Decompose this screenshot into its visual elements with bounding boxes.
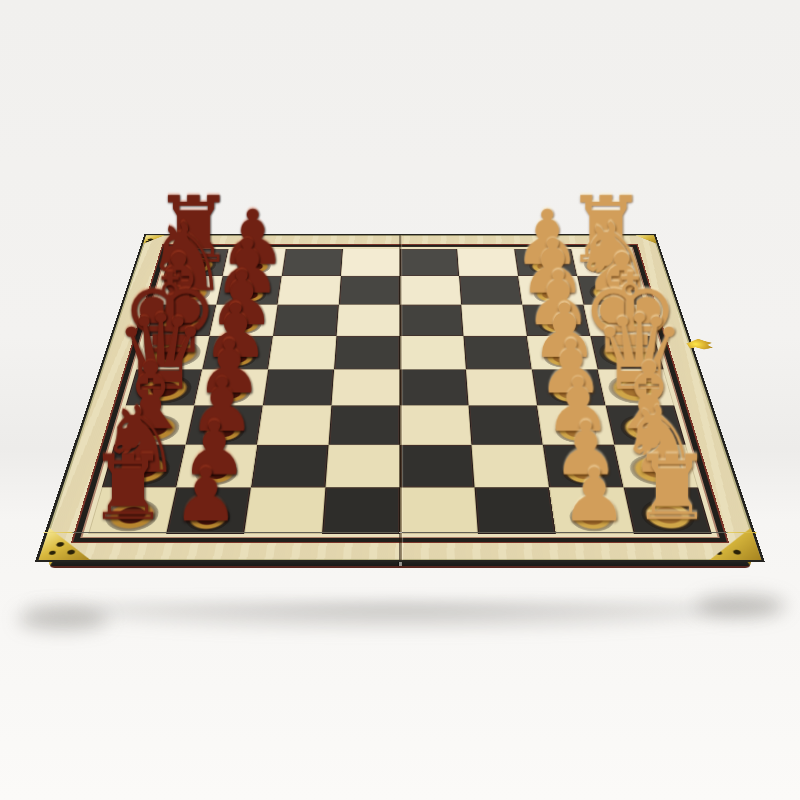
square[interactable] xyxy=(400,369,469,405)
square[interactable] xyxy=(475,487,556,534)
white-pawn[interactable]: ♟ xyxy=(561,460,627,530)
square[interactable] xyxy=(341,249,400,276)
square[interactable] xyxy=(459,276,522,305)
square[interactable] xyxy=(463,336,531,369)
photo-backdrop: ♜♟♟♜♞♟♟♞♝♟♟♝♚♟♟♚♛♟♟♛♝♟♟♝♞♟♟♞♜♟♟♜ xyxy=(0,0,800,800)
square[interactable] xyxy=(400,406,471,445)
white-rook[interactable]: ♜ xyxy=(632,445,712,530)
square[interactable] xyxy=(244,487,325,534)
square[interactable] xyxy=(466,369,537,405)
square[interactable] xyxy=(471,445,549,488)
square[interactable] xyxy=(469,406,543,445)
square[interactable] xyxy=(263,369,334,405)
square[interactable] xyxy=(400,305,463,336)
board-scene: ♜♟♟♜♞♟♟♞♝♟♟♝♚♟♟♚♛♟♟♛♝♟♟♝♞♟♟♞♜♟♟♜ xyxy=(0,0,800,800)
square[interactable]: ♜ xyxy=(88,487,176,534)
chess-board: ♜♟♟♜♞♟♟♞♝♟♟♝♚♟♟♚♛♟♟♛♝♟♟♝♞♟♟♞♜♟♟♜ xyxy=(35,234,765,562)
black-pawn[interactable]: ♟ xyxy=(173,460,239,530)
square[interactable] xyxy=(334,336,400,369)
square[interactable] xyxy=(400,487,478,534)
square[interactable] xyxy=(257,406,331,445)
square[interactable]: ♟ xyxy=(549,487,634,534)
square[interactable] xyxy=(329,406,400,445)
square[interactable] xyxy=(331,369,400,405)
square[interactable] xyxy=(461,305,527,336)
square[interactable] xyxy=(400,336,466,369)
square[interactable] xyxy=(278,276,341,305)
square[interactable] xyxy=(282,249,343,276)
square[interactable] xyxy=(337,305,400,336)
black-rook[interactable]: ♜ xyxy=(88,445,168,530)
square[interactable] xyxy=(400,445,475,488)
square[interactable] xyxy=(400,249,459,276)
square[interactable] xyxy=(400,276,461,305)
square[interactable] xyxy=(322,487,400,534)
square[interactable] xyxy=(268,336,336,369)
square[interactable] xyxy=(273,305,339,336)
square[interactable] xyxy=(339,276,400,305)
square[interactable] xyxy=(251,445,329,488)
square[interactable] xyxy=(325,445,400,488)
square[interactable]: ♟ xyxy=(166,487,251,534)
square[interactable]: ♜ xyxy=(624,487,712,534)
square[interactable] xyxy=(457,249,518,276)
